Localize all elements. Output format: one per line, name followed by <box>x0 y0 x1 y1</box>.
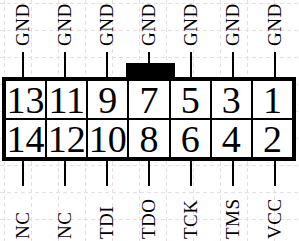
pin-cell-12: 12 <box>46 119 87 158</box>
signal-label-bottom-tdo-8: TDO <box>139 198 158 239</box>
pin-cell-5: 5 <box>170 80 211 119</box>
pin-lead-top-13 <box>22 52 24 78</box>
pin-grid: 1311975311412108642 <box>2 77 296 161</box>
pin-lead-top-1 <box>274 52 276 78</box>
pin-cell-9: 9 <box>87 80 128 119</box>
pin-cell-2: 2 <box>252 119 293 158</box>
pin-lead-bottom-6 <box>190 160 192 186</box>
signal-label-top-gnd-3: GND <box>223 3 242 46</box>
pinout-diagram: 1311975311412108642 GNDNCGNDNCGNDTDIGNDT… <box>0 0 299 241</box>
pin-lead-top-9 <box>106 52 108 78</box>
pin-cell-3: 3 <box>211 80 252 119</box>
pin-cell-7: 7 <box>128 80 169 119</box>
signal-label-bottom-nc-12: NC <box>55 212 74 239</box>
pin-lead-bottom-12 <box>64 160 66 186</box>
polarity-key-tab <box>126 63 175 80</box>
signal-label-top-gnd-1: GND <box>265 3 284 46</box>
pin-lead-top-3 <box>232 52 234 78</box>
pin-lead-bottom-10 <box>106 160 108 186</box>
pin-cell-4: 4 <box>211 119 252 158</box>
pin-cell-8: 8 <box>128 119 169 158</box>
pin-cell-6: 6 <box>170 119 211 158</box>
pin-lead-bottom-4 <box>232 160 234 186</box>
pin-cell-11: 11 <box>46 80 87 119</box>
pin-cell-10: 10 <box>87 119 128 158</box>
pin-lead-bottom-2 <box>274 160 276 186</box>
signal-label-top-gnd-9: GND <box>97 3 116 46</box>
pin-lead-bottom-8 <box>148 160 150 186</box>
pin-lead-top-11 <box>64 52 66 78</box>
signal-label-bottom-tdi-10: TDI <box>97 206 116 239</box>
signal-label-top-gnd-13: GND <box>13 3 32 46</box>
signal-label-bottom-tms-4: TMS <box>223 198 242 239</box>
signal-label-bottom-tck-6: TCK <box>181 200 200 240</box>
pin-cell-1: 1 <box>252 80 293 119</box>
signal-label-bottom-vcc-2: VCC <box>265 198 284 239</box>
pin-lead-bottom-14 <box>22 160 24 186</box>
pin-cell-14: 14 <box>5 119 46 158</box>
signal-label-bottom-nc-14: NC <box>13 212 32 239</box>
pin-lead-top-5 <box>190 52 192 78</box>
signal-label-top-gnd-11: GND <box>55 3 74 46</box>
signal-label-top-gnd-7: GND <box>139 3 158 46</box>
pin-cell-13: 13 <box>5 80 46 119</box>
signal-label-top-gnd-5: GND <box>181 3 200 46</box>
